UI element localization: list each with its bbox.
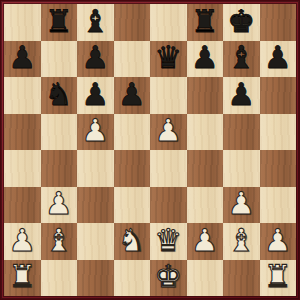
square-e5[interactable]: ♟ xyxy=(150,114,187,151)
square-a5[interactable] xyxy=(4,114,41,151)
square-c2[interactable] xyxy=(77,223,114,260)
piece-black-bishop: ♝ xyxy=(81,6,109,37)
square-g6[interactable]: ♟ xyxy=(223,77,260,114)
piece-white-bishop: ♝ xyxy=(45,225,73,256)
piece-black-rook: ♜ xyxy=(45,6,73,37)
square-a6[interactable] xyxy=(4,77,41,114)
square-b7[interactable] xyxy=(41,41,78,78)
square-e8[interactable] xyxy=(150,4,187,41)
square-f1[interactable] xyxy=(187,260,224,297)
piece-white-rook: ♜ xyxy=(264,261,292,292)
piece-black-pawn: ♟ xyxy=(227,79,255,110)
square-h4[interactable] xyxy=(260,150,297,187)
board-frame: ♜♝♜♚♟♟♛♟♝♟♞♟♟♟♟♟♟♟♟♝♞♛♟♝♟♜♚♜ xyxy=(0,0,300,300)
piece-white-pawn: ♟ xyxy=(45,188,73,219)
square-e3[interactable] xyxy=(150,187,187,224)
piece-black-pawn: ♟ xyxy=(191,42,219,73)
piece-white-queen: ♛ xyxy=(154,225,182,256)
square-d1[interactable] xyxy=(114,260,151,297)
square-e7[interactable]: ♛ xyxy=(150,41,187,78)
square-f4[interactable] xyxy=(187,150,224,187)
piece-black-queen: ♛ xyxy=(154,42,182,73)
piece-white-king: ♚ xyxy=(154,261,182,292)
square-a1[interactable]: ♜ xyxy=(4,260,41,297)
square-c5[interactable]: ♟ xyxy=(77,114,114,151)
square-g3[interactable]: ♟ xyxy=(223,187,260,224)
square-e1[interactable]: ♚ xyxy=(150,260,187,297)
square-d7[interactable] xyxy=(114,41,151,78)
square-g7[interactable]: ♝ xyxy=(223,41,260,78)
square-g8[interactable]: ♚ xyxy=(223,4,260,41)
square-e2[interactable]: ♛ xyxy=(150,223,187,260)
piece-black-knight: ♞ xyxy=(45,79,73,110)
square-f7[interactable]: ♟ xyxy=(187,41,224,78)
square-c8[interactable]: ♝ xyxy=(77,4,114,41)
square-g2[interactable]: ♝ xyxy=(223,223,260,260)
square-c3[interactable] xyxy=(77,187,114,224)
square-h2[interactable]: ♟ xyxy=(260,223,297,260)
piece-black-bishop: ♝ xyxy=(227,42,255,73)
square-h6[interactable] xyxy=(260,77,297,114)
square-d3[interactable] xyxy=(114,187,151,224)
square-f8[interactable]: ♜ xyxy=(187,4,224,41)
square-g1[interactable] xyxy=(223,260,260,297)
piece-white-knight: ♞ xyxy=(118,225,146,256)
square-b4[interactable] xyxy=(41,150,78,187)
square-b2[interactable]: ♝ xyxy=(41,223,78,260)
square-f2[interactable]: ♟ xyxy=(187,223,224,260)
square-b6[interactable]: ♞ xyxy=(41,77,78,114)
square-h3[interactable] xyxy=(260,187,297,224)
square-e6[interactable] xyxy=(150,77,187,114)
piece-black-pawn: ♟ xyxy=(81,79,109,110)
piece-black-pawn: ♟ xyxy=(8,42,36,73)
square-h8[interactable] xyxy=(260,4,297,41)
square-f3[interactable] xyxy=(187,187,224,224)
square-c4[interactable] xyxy=(77,150,114,187)
square-c6[interactable]: ♟ xyxy=(77,77,114,114)
square-a2[interactable]: ♟ xyxy=(4,223,41,260)
piece-white-pawn: ♟ xyxy=(264,225,292,256)
square-d8[interactable] xyxy=(114,4,151,41)
square-b3[interactable]: ♟ xyxy=(41,187,78,224)
square-d5[interactable] xyxy=(114,114,151,151)
square-a4[interactable] xyxy=(4,150,41,187)
piece-white-bishop: ♝ xyxy=(227,225,255,256)
piece-white-pawn: ♟ xyxy=(191,225,219,256)
square-b8[interactable]: ♜ xyxy=(41,4,78,41)
piece-black-pawn: ♟ xyxy=(264,42,292,73)
piece-white-pawn: ♟ xyxy=(154,115,182,146)
square-e4[interactable] xyxy=(150,150,187,187)
piece-white-rook: ♜ xyxy=(8,261,36,292)
square-g5[interactable] xyxy=(223,114,260,151)
piece-white-pawn: ♟ xyxy=(227,188,255,219)
piece-black-king: ♚ xyxy=(227,6,255,37)
piece-black-pawn: ♟ xyxy=(118,79,146,110)
square-d4[interactable] xyxy=(114,150,151,187)
chess-board: ♜♝♜♚♟♟♛♟♝♟♞♟♟♟♟♟♟♟♟♝♞♛♟♝♟♜♚♜ xyxy=(4,4,296,296)
square-c7[interactable]: ♟ xyxy=(77,41,114,78)
piece-black-rook: ♜ xyxy=(191,6,219,37)
square-b5[interactable] xyxy=(41,114,78,151)
square-f6[interactable] xyxy=(187,77,224,114)
square-h1[interactable]: ♜ xyxy=(260,260,297,297)
piece-white-pawn: ♟ xyxy=(81,115,109,146)
square-g4[interactable] xyxy=(223,150,260,187)
piece-black-pawn: ♟ xyxy=(81,42,109,73)
square-c1[interactable] xyxy=(77,260,114,297)
square-d2[interactable]: ♞ xyxy=(114,223,151,260)
square-h5[interactable] xyxy=(260,114,297,151)
square-a8[interactable] xyxy=(4,4,41,41)
square-b1[interactable] xyxy=(41,260,78,297)
square-h7[interactable]: ♟ xyxy=(260,41,297,78)
square-a3[interactable] xyxy=(4,187,41,224)
square-a7[interactable]: ♟ xyxy=(4,41,41,78)
piece-white-pawn: ♟ xyxy=(8,225,36,256)
square-f5[interactable] xyxy=(187,114,224,151)
square-d6[interactable]: ♟ xyxy=(114,77,151,114)
